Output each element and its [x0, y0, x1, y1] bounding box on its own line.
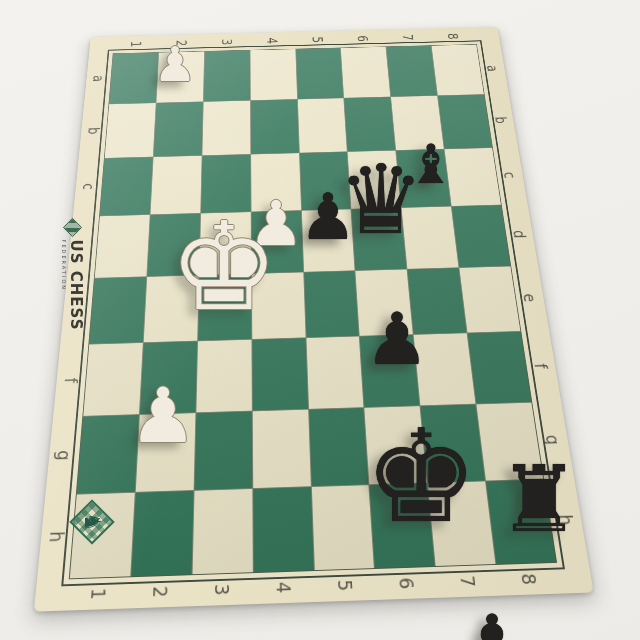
label-top-5: 5 [309, 34, 326, 46]
us-chess-sub-text: FEDERATION [61, 240, 67, 292]
label-top-7: 7 [399, 32, 416, 44]
square-b3 [202, 101, 250, 155]
coordinate-labels: 1122334455667788aabbccdeffgghh [91, 27, 498, 37]
square-a3 [203, 50, 249, 101]
square-d8 [452, 205, 510, 267]
label-left-a: a [90, 72, 108, 85]
square-a5 [296, 48, 344, 99]
us-chess-logo: US CHESS FEDERATION [60, 190, 86, 360]
label-bottom-1: 1 [87, 583, 110, 605]
square-c7 [396, 149, 451, 207]
square-a4 [250, 49, 296, 100]
label-right-b: b [491, 113, 510, 126]
label-bottom-4: 4 [273, 577, 295, 599]
label-right-f: f [530, 357, 552, 375]
square-c8 [445, 148, 501, 206]
board-grid [69, 44, 557, 579]
square-d3 [199, 212, 250, 274]
square-f6 [360, 335, 420, 407]
label-bottom-6: 6 [395, 572, 418, 594]
us-chess-diamond-icon [63, 217, 83, 237]
square-e6 [356, 269, 413, 336]
square-g5 [309, 408, 369, 486]
knight-icon: ♞ [72, 502, 112, 542]
label-bottom-8: 8 [517, 568, 542, 590]
label-bottom-2: 2 [149, 581, 172, 603]
label-top-4: 4 [264, 35, 280, 47]
square-e8 [459, 266, 520, 333]
label-right-c: c [500, 168, 520, 182]
square-c1 [100, 157, 153, 215]
label-bottom-5: 5 [334, 574, 357, 596]
label-right-g: g [541, 430, 564, 449]
square-d6 [352, 208, 407, 270]
label-right-a: a [483, 62, 501, 74]
vinyl-chess-board: 1122334455667788aabbccdeffgghh [34, 27, 594, 612]
square-g3 [194, 412, 252, 490]
square-c3 [201, 154, 251, 212]
square-b4 [251, 99, 299, 153]
label-right-h: h [554, 510, 578, 531]
square-d2 [147, 213, 200, 276]
square-f7 [414, 334, 476, 406]
square-h7 [428, 482, 495, 566]
captured-black-pawn: ♟ [456, 605, 528, 640]
square-b6 [344, 97, 395, 151]
square-h8 [486, 480, 556, 564]
square-h4 [253, 487, 313, 572]
square-f4 [252, 338, 308, 410]
label-top-6: 6 [354, 33, 371, 45]
square-h6 [370, 483, 435, 568]
photo-stage: 1122334455667788aabbccdeffgghh US CHESS … [0, 0, 640, 640]
label-left-h: h [45, 526, 68, 547]
square-b7 [391, 96, 444, 150]
square-g2 [136, 413, 196, 492]
square-f5 [306, 337, 364, 409]
square-b1 [105, 103, 156, 158]
square-a8 [432, 45, 484, 96]
square-d1 [95, 215, 150, 278]
square-b8 [438, 95, 492, 149]
square-g4 [252, 410, 310, 488]
square-a6 [341, 47, 390, 98]
square-d4 [251, 211, 303, 273]
square-b5 [298, 98, 348, 152]
label-bottom-7: 7 [456, 570, 480, 592]
square-f1 [83, 343, 142, 416]
square-c6 [348, 150, 401, 208]
square-b2 [154, 102, 203, 157]
square-c5 [299, 152, 350, 210]
label-left-f: f [60, 372, 81, 390]
square-h5 [311, 485, 374, 570]
square-e1 [89, 277, 146, 344]
square-f2 [140, 342, 197, 415]
label-bottom-3: 3 [211, 579, 233, 601]
square-g7 [421, 405, 485, 483]
square-a7 [386, 46, 437, 97]
square-e2 [144, 275, 199, 342]
square-f3 [196, 340, 251, 413]
square-e7 [408, 268, 467, 335]
square-d7 [402, 206, 459, 268]
square-e4 [252, 272, 306, 339]
square-e3 [198, 274, 251, 341]
square-h2 [131, 491, 193, 576]
square-g6 [365, 406, 427, 484]
square-d5 [301, 209, 354, 271]
square-c2 [150, 156, 201, 214]
label-left-g: g [53, 446, 75, 465]
square-c4 [251, 153, 301, 211]
square-a1 [109, 53, 158, 104]
square-e5 [304, 271, 359, 338]
label-right-d: d [509, 227, 529, 242]
label-right-e: e [519, 290, 540, 306]
label-top-8: 8 [444, 30, 462, 42]
label-top-1: 1 [128, 38, 145, 50]
label-left-b: b [85, 124, 103, 137]
square-f8 [468, 332, 532, 404]
square-g8 [477, 403, 544, 481]
square-g1 [77, 415, 139, 494]
us-chess-org-text: US CHESS [67, 240, 85, 331]
label-top-3: 3 [219, 36, 235, 48]
corner-knight-logo: ♞ [72, 502, 112, 542]
label-top-2: 2 [173, 37, 190, 49]
square-h3 [192, 489, 252, 574]
square-a2 [156, 51, 204, 102]
